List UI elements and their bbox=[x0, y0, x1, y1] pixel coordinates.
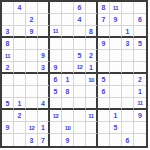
cell-r7c10[interactable] bbox=[122, 86, 134, 98]
cell-r8c5[interactable] bbox=[62, 98, 74, 110]
cell-r3c1[interactable] bbox=[14, 38, 26, 50]
cell-r9c6[interactable] bbox=[74, 110, 86, 122]
cell-r3c9[interactable] bbox=[110, 38, 122, 50]
cell-r8c1[interactable]: 1 bbox=[14, 98, 26, 110]
cell-r0c5[interactable] bbox=[62, 2, 74, 14]
cell-r6c9[interactable] bbox=[110, 74, 122, 86]
cell-r3c6[interactable] bbox=[74, 38, 86, 50]
cell-r11c3[interactable]: 7 bbox=[38, 134, 50, 146]
cell-r5c6[interactable]: 12 bbox=[74, 62, 86, 74]
cell-r4c8[interactable] bbox=[98, 50, 110, 62]
cell-r2c2[interactable]: 9 bbox=[26, 26, 38, 38]
cell-r10c9[interactable]: 5 bbox=[110, 122, 122, 134]
cell-r11c9[interactable] bbox=[110, 134, 122, 146]
cell-r6c0[interactable] bbox=[2, 74, 14, 86]
cell-r2c7[interactable]: 8 bbox=[86, 26, 98, 38]
cell-r0c3[interactable] bbox=[38, 2, 50, 14]
cell-r11c5[interactable]: 9 bbox=[62, 134, 74, 146]
cell-r11c6[interactable] bbox=[74, 134, 86, 146]
cell-r4c5[interactable] bbox=[62, 50, 74, 62]
cell-r4c10[interactable] bbox=[122, 50, 134, 62]
cell-r2c0[interactable]: 3 bbox=[2, 26, 14, 38]
cell-r10c6[interactable] bbox=[74, 122, 86, 134]
cell-r4c4[interactable] bbox=[50, 50, 62, 62]
cell-r3c8[interactable]: 9 bbox=[98, 38, 110, 50]
cell-r8c8[interactable] bbox=[98, 98, 110, 110]
cell-r8c3[interactable]: 4 bbox=[38, 98, 50, 110]
cell-r4c6[interactable]: 5 bbox=[74, 50, 86, 62]
cell-r2c4[interactable]: 11 bbox=[50, 26, 62, 38]
cell-r4c2[interactable] bbox=[26, 50, 38, 62]
cell-r4c11[interactable] bbox=[134, 50, 146, 62]
cell-r11c2[interactable]: 3 bbox=[26, 134, 38, 146]
cell-r5c11[interactable] bbox=[134, 62, 146, 74]
cell-r7c0[interactable] bbox=[2, 86, 14, 98]
sudoku-board: 4681124796391181893511952239121611052586… bbox=[0, 0, 148, 148]
cell-r10c8[interactable] bbox=[98, 122, 110, 134]
cell-r9c5[interactable] bbox=[62, 110, 74, 122]
cell-r6c3[interactable] bbox=[38, 74, 50, 86]
cell-r7c6[interactable] bbox=[74, 86, 86, 98]
cell-r6c8[interactable]: 5 bbox=[98, 74, 110, 86]
cell-r7c9[interactable] bbox=[110, 86, 122, 98]
cell-r4c7[interactable]: 2 bbox=[86, 50, 98, 62]
cell-r1c2[interactable]: 2 bbox=[26, 14, 38, 26]
cell-r0c7[interactable] bbox=[86, 2, 98, 14]
cell-r3c2[interactable] bbox=[26, 38, 38, 50]
cell-r6c6[interactable] bbox=[74, 74, 86, 86]
cell-r10c5[interactable]: 10 bbox=[62, 122, 74, 134]
cell-r11c11[interactable] bbox=[134, 134, 146, 146]
cell-r5c4[interactable]: 9 bbox=[50, 62, 62, 74]
cell-r6c5[interactable]: 1 bbox=[62, 74, 74, 86]
cell-r2c8[interactable] bbox=[98, 26, 110, 38]
cell-r9c0[interactable] bbox=[2, 110, 14, 122]
cell-r6c7[interactable]: 10 bbox=[86, 74, 98, 86]
cell-r1c3[interactable] bbox=[38, 14, 50, 26]
cell-r6c10[interactable] bbox=[122, 74, 134, 86]
cell-r4c3[interactable]: 9 bbox=[38, 50, 50, 62]
cell-r3c4[interactable] bbox=[50, 38, 62, 50]
cell-r1c4[interactable] bbox=[50, 14, 62, 26]
cell-r10c0[interactable]: 9 bbox=[2, 122, 14, 134]
cell-r9c8[interactable] bbox=[98, 110, 110, 122]
cell-r7c8[interactable]: 6 bbox=[98, 86, 110, 98]
cell-r0c10[interactable] bbox=[122, 2, 134, 14]
cell-r3c5[interactable] bbox=[62, 38, 74, 50]
cell-r2c10[interactable]: 1 bbox=[122, 26, 134, 38]
cell-r10c3[interactable]: 1 bbox=[38, 122, 50, 134]
cell-r8c6[interactable] bbox=[74, 98, 86, 110]
cell-r7c5[interactable]: 8 bbox=[62, 86, 74, 98]
cell-r1c9[interactable]: 9 bbox=[110, 14, 122, 26]
cell-r2c9[interactable] bbox=[110, 26, 122, 38]
cell-r5c9[interactable] bbox=[110, 62, 122, 74]
cell-r0c11[interactable] bbox=[134, 2, 146, 14]
cell-r9c2[interactable] bbox=[26, 110, 38, 122]
cell-r0c1[interactable]: 4 bbox=[14, 2, 26, 14]
cell-r2c5[interactable] bbox=[62, 26, 74, 38]
cell-r11c4[interactable] bbox=[50, 134, 62, 146]
cell-r11c7[interactable] bbox=[86, 134, 98, 146]
cell-r5c0[interactable]: 2 bbox=[2, 62, 14, 74]
cell-r9c1[interactable]: 2 bbox=[14, 110, 26, 122]
cell-r4c1[interactable] bbox=[14, 50, 26, 62]
cell-r11c10[interactable]: 6 bbox=[122, 134, 134, 146]
cell-r1c7[interactable] bbox=[86, 14, 98, 26]
cell-r8c7[interactable] bbox=[86, 98, 98, 110]
cell-r9c11[interactable]: 9 bbox=[134, 110, 146, 122]
cell-r8c4[interactable] bbox=[50, 98, 62, 110]
cell-r5c5[interactable] bbox=[62, 62, 74, 74]
cell-r7c7[interactable] bbox=[86, 86, 98, 98]
cell-r1c8[interactable]: 7 bbox=[98, 14, 110, 26]
cell-r9c10[interactable] bbox=[122, 110, 134, 122]
cell-r0c2[interactable] bbox=[26, 2, 38, 14]
cell-r6c1[interactable] bbox=[14, 74, 26, 86]
cell-r6c11[interactable]: 2 bbox=[134, 74, 146, 86]
cell-r10c1[interactable] bbox=[14, 122, 26, 134]
cell-r1c5[interactable] bbox=[62, 14, 74, 26]
cell-r0c6[interactable]: 6 bbox=[74, 2, 86, 14]
cell-r0c9[interactable]: 11 bbox=[110, 2, 122, 14]
cell-r1c11[interactable]: 6 bbox=[134, 14, 146, 26]
cell-r2c3[interactable] bbox=[38, 26, 50, 38]
cell-r0c8[interactable]: 8 bbox=[98, 2, 110, 14]
cell-r8c10[interactable] bbox=[122, 98, 134, 110]
cell-r3c3[interactable] bbox=[38, 38, 50, 50]
cell-r5c1[interactable] bbox=[14, 62, 26, 74]
cell-r5c10[interactable] bbox=[122, 62, 134, 74]
cell-r5c8[interactable] bbox=[98, 62, 110, 74]
cell-r1c10[interactable] bbox=[122, 14, 134, 26]
cell-r5c3[interactable]: 3 bbox=[38, 62, 50, 74]
cell-r4c0[interactable]: 11 bbox=[2, 50, 14, 62]
cell-r1c1[interactable] bbox=[14, 14, 26, 26]
cell-r9c7[interactable]: 11 bbox=[86, 110, 98, 122]
cell-r1c0[interactable] bbox=[2, 14, 14, 26]
cell-r8c2[interactable] bbox=[26, 98, 38, 110]
cell-r8c9[interactable] bbox=[110, 98, 122, 110]
cell-r3c7[interactable] bbox=[86, 38, 98, 50]
cell-r3c0[interactable]: 8 bbox=[2, 38, 14, 50]
cell-r7c4[interactable]: 5 bbox=[50, 86, 62, 98]
cell-r3c10[interactable]: 3 bbox=[122, 38, 134, 50]
cell-r11c0[interactable] bbox=[2, 134, 14, 146]
cell-r2c11[interactable] bbox=[134, 26, 146, 38]
cell-r9c3[interactable] bbox=[38, 110, 50, 122]
cell-r10c7[interactable] bbox=[86, 122, 98, 134]
cell-r5c7[interactable]: 1 bbox=[86, 62, 98, 74]
cell-r1c6[interactable]: 4 bbox=[74, 14, 86, 26]
cell-r7c2[interactable] bbox=[26, 86, 38, 98]
cell-r2c6[interactable] bbox=[74, 26, 86, 38]
cell-r8c0[interactable]: 5 bbox=[2, 98, 14, 110]
cell-r11c8[interactable] bbox=[98, 134, 110, 146]
cell-r8c11[interactable]: 11 bbox=[134, 98, 146, 110]
cell-r10c2[interactable]: 12 bbox=[26, 122, 38, 134]
cell-r11c1[interactable] bbox=[14, 134, 26, 146]
cell-r5c2[interactable] bbox=[26, 62, 38, 74]
cell-r10c10[interactable] bbox=[122, 122, 134, 134]
cell-r10c11[interactable] bbox=[134, 122, 146, 134]
cell-r9c4[interactable]: 12 bbox=[50, 110, 62, 122]
cell-r0c4[interactable] bbox=[50, 2, 62, 14]
cell-r0c0[interactable] bbox=[2, 2, 14, 14]
cell-r9c9[interactable]: 1 bbox=[110, 110, 122, 122]
cell-r7c3[interactable] bbox=[38, 86, 50, 98]
cell-r2c1[interactable] bbox=[14, 26, 26, 38]
cell-r4c9[interactable] bbox=[110, 50, 122, 62]
cell-r10c4[interactable] bbox=[50, 122, 62, 134]
cell-r7c1[interactable] bbox=[14, 86, 26, 98]
cell-r6c4[interactable]: 6 bbox=[50, 74, 62, 86]
cell-r3c11[interactable]: 5 bbox=[134, 38, 146, 50]
cell-r6c2[interactable] bbox=[26, 74, 38, 86]
cell-r7c11[interactable]: 1 bbox=[134, 86, 146, 98]
